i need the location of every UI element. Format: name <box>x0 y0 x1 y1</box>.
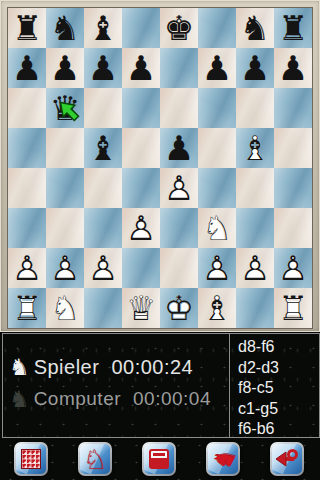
white-piece-b[interactable]: ♝♗ <box>236 128 274 168</box>
chess-board-frame: ♜♞♝♚♞♜♟♟♟♟♟♟♟♛♝♟♝♗♟♙♟♙♞♘♟♙♟♙♟♙♟♙♟♙♟♙♜♖♞♘… <box>0 0 320 332</box>
board-grid-button[interactable] <box>14 442 48 476</box>
takeback-button[interactable] <box>270 442 304 476</box>
white-piece-p[interactable]: ♟♙ <box>84 248 122 288</box>
white-piece-p[interactable]: ♟♙ <box>236 248 274 288</box>
last-move-arrow-icon <box>57 99 81 123</box>
square-a8[interactable]: ♜ <box>8 8 46 48</box>
white-piece-p[interactable]: ♟♙ <box>8 248 46 288</box>
square-d3[interactable]: ♟♙ <box>122 208 160 248</box>
fallen-knight-icon: ♞ <box>208 444 238 474</box>
split-view-button[interactable] <box>142 442 176 476</box>
square-b6[interactable]: ♛ <box>46 88 84 128</box>
white-knight-icon: ♞ <box>9 356 30 379</box>
split-board-icon <box>149 449 169 469</box>
square-c4[interactable] <box>84 168 122 208</box>
square-c5[interactable]: ♝ <box>84 128 122 168</box>
square-a4[interactable] <box>8 168 46 208</box>
black-piece-k[interactable]: ♚ <box>160 8 198 48</box>
square-h4[interactable] <box>274 168 312 208</box>
player-row-human: ♞ Spieler 00:00:24 <box>9 353 193 381</box>
players-panel: ♞ Spieler 00:00:24 ♞ Computer 00:00:04 <box>2 333 230 438</box>
square-c7[interactable]: ♟ <box>84 48 122 88</box>
black-piece-n[interactable]: ♞ <box>236 8 274 48</box>
white-piece-b[interactable]: ♝♗ <box>198 288 236 328</box>
square-f1[interactable]: ♝♗ <box>198 288 236 328</box>
square-e5[interactable]: ♟ <box>160 128 198 168</box>
square-h1[interactable]: ♜♖ <box>274 288 312 328</box>
white-piece-k[interactable]: ♚♔ <box>160 288 198 328</box>
square-f5[interactable] <box>198 128 236 168</box>
move-entry: d8-f6 <box>238 337 319 358</box>
square-g4[interactable] <box>236 168 274 208</box>
white-piece-p[interactable]: ♟♙ <box>160 168 198 208</box>
black-piece-p[interactable]: ♟ <box>198 48 236 88</box>
square-d5[interactable] <box>122 128 160 168</box>
square-f7[interactable]: ♟ <box>198 48 236 88</box>
square-h3[interactable] <box>274 208 312 248</box>
square-c8[interactable]: ♝ <box>84 8 122 48</box>
square-e6[interactable] <box>160 88 198 128</box>
black-piece-b[interactable]: ♝ <box>84 128 122 168</box>
chess-app: ♜♞♝♚♞♜♟♟♟♟♟♟♟♛♝♟♝♗♟♙♟♙♞♘♟♙♟♙♟♙♟♙♟♙♟♙♜♖♞♘… <box>0 0 320 480</box>
black-piece-r[interactable]: ♜ <box>8 8 46 48</box>
square-d8[interactable] <box>122 8 160 48</box>
square-b8[interactable]: ♞ <box>46 8 84 48</box>
square-a3[interactable] <box>8 208 46 248</box>
white-piece-p[interactable]: ♟♙ <box>122 208 160 248</box>
square-g2[interactable]: ♟♙ <box>236 248 274 288</box>
square-d2[interactable] <box>122 248 160 288</box>
square-h5[interactable] <box>274 128 312 168</box>
move-list: d8-f6 d2-d3 f8-c5 c1-g5 f6-b6 <box>230 334 319 440</box>
toolbar: ♘ ♞ <box>0 437 320 480</box>
black-piece-p[interactable]: ♟ <box>160 128 198 168</box>
button-face <box>272 444 302 474</box>
square-f6[interactable] <box>198 88 236 128</box>
knight-outline-icon: ♘ <box>83 446 107 473</box>
white-piece-p[interactable]: ♟♙ <box>46 248 84 288</box>
move-entry: d2-d3 <box>238 358 319 379</box>
black-piece-n[interactable]: ♞ <box>46 8 84 48</box>
square-a5[interactable] <box>8 128 46 168</box>
square-h6[interactable] <box>274 88 312 128</box>
white-piece-r[interactable]: ♜♖ <box>8 288 46 328</box>
takeback-arrow-icon <box>274 446 300 472</box>
white-piece-r[interactable]: ♜♖ <box>274 288 312 328</box>
white-piece-q[interactable]: ♛♕ <box>122 288 160 328</box>
square-a1[interactable]: ♜♖ <box>8 288 46 328</box>
square-e3[interactable] <box>160 208 198 248</box>
square-f8[interactable] <box>198 8 236 48</box>
button-face: ♞ <box>208 444 238 474</box>
square-g1[interactable] <box>236 288 274 328</box>
square-f2[interactable]: ♟♙ <box>198 248 236 288</box>
black-piece-p[interactable]: ♟ <box>84 48 122 88</box>
square-e4[interactable]: ♟♙ <box>160 168 198 208</box>
square-b1[interactable]: ♞♘ <box>46 288 84 328</box>
black-piece-b[interactable]: ♝ <box>84 8 122 48</box>
square-b5[interactable] <box>46 128 84 168</box>
pieces-button[interactable]: ♘ <box>78 442 112 476</box>
move-entry: c1-g5 <box>238 399 319 420</box>
square-f4[interactable] <box>198 168 236 208</box>
square-a7[interactable]: ♟ <box>8 48 46 88</box>
square-b4[interactable] <box>46 168 84 208</box>
button-face <box>144 444 174 474</box>
player-name: Spieler <box>34 356 100 379</box>
move-list-panel[interactable]: d8-f6 d2-d3 f8-c5 c1-g5 f6-b6 <box>229 333 320 438</box>
square-c3[interactable] <box>84 208 122 248</box>
chess-board[interactable]: ♜♞♝♚♞♜♟♟♟♟♟♟♟♛♝♟♝♗♟♙♟♙♞♘♟♙♟♙♟♙♟♙♟♙♟♙♜♖♞♘… <box>8 8 312 328</box>
black-knight-icon: ♞ <box>9 388 30 411</box>
black-piece-p[interactable]: ♟ <box>236 48 274 88</box>
square-d4[interactable] <box>122 168 160 208</box>
square-d6[interactable] <box>122 88 160 128</box>
button-face: ♘ <box>80 444 110 474</box>
black-piece-p[interactable]: ♟ <box>122 48 160 88</box>
resign-button[interactable]: ♞ <box>206 442 240 476</box>
black-piece-r[interactable]: ♜ <box>274 8 312 48</box>
computer-clock: 00:00:04 <box>133 388 211 410</box>
square-h7[interactable]: ♟ <box>274 48 312 88</box>
square-b2[interactable]: ♟♙ <box>46 248 84 288</box>
square-h2[interactable]: ♟♙ <box>274 248 312 288</box>
square-e1[interactable]: ♚♔ <box>160 288 198 328</box>
black-piece-p[interactable]: ♟ <box>274 48 312 88</box>
player-row-computer: ♞ Computer 00:00:04 <box>9 385 211 413</box>
square-c1[interactable] <box>84 288 122 328</box>
square-b3[interactable] <box>46 208 84 248</box>
square-d1[interactable]: ♛♕ <box>122 288 160 328</box>
square-f3[interactable]: ♞♘ <box>198 208 236 248</box>
square-c6[interactable] <box>84 88 122 128</box>
square-b7[interactable]: ♟ <box>46 48 84 88</box>
white-piece-p[interactable]: ♟♙ <box>198 248 236 288</box>
black-piece-p[interactable]: ♟ <box>8 48 46 88</box>
white-piece-n[interactable]: ♞♘ <box>46 288 84 328</box>
computer-name: Computer <box>34 388 121 410</box>
square-e7[interactable] <box>160 48 198 88</box>
white-piece-n[interactable]: ♞♘ <box>198 208 236 248</box>
move-entry: f8-c5 <box>238 378 319 399</box>
square-g3[interactable] <box>236 208 274 248</box>
button-face <box>16 444 46 474</box>
square-g5[interactable]: ♝♗ <box>236 128 274 168</box>
square-g7[interactable]: ♟ <box>236 48 274 88</box>
board-grid-icon <box>21 449 41 469</box>
square-g8[interactable]: ♞ <box>236 8 274 48</box>
black-piece-p[interactable]: ♟ <box>46 48 84 88</box>
square-d7[interactable]: ♟ <box>122 48 160 88</box>
square-a2[interactable]: ♟♙ <box>8 248 46 288</box>
square-g6[interactable] <box>236 88 274 128</box>
square-h8[interactable]: ♜ <box>274 8 312 48</box>
square-c2[interactable]: ♟♙ <box>84 248 122 288</box>
player-clock: 00:00:24 <box>111 356 193 379</box>
square-e8[interactable]: ♚ <box>160 8 198 48</box>
square-e2[interactable] <box>160 248 198 288</box>
white-piece-p[interactable]: ♟♙ <box>274 248 312 288</box>
square-a6[interactable] <box>8 88 46 128</box>
